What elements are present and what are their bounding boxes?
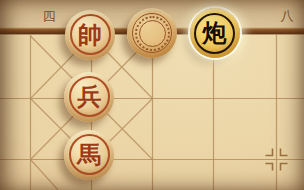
piece-red-soldier[interactable]: 兵 — [64, 72, 114, 122]
piece-glyph-red-general: 帥 — [65, 10, 115, 60]
piece-red-general[interactable]: 帥 — [65, 10, 115, 60]
piece-black-cannon[interactable]: 炮 — [190, 8, 240, 58]
piece-hidden-piece[interactable] — [127, 8, 177, 58]
file-label-eight: 八 — [281, 9, 294, 22]
piece-glyph-black-cannon: 炮 — [190, 8, 240, 58]
piece-glyph-red-horse: 馬 — [64, 130, 114, 180]
hidden-piece-inner-ring — [139, 20, 166, 47]
file-label-four: 四 — [43, 10, 56, 23]
piece-glyph-red-soldier: 兵 — [64, 72, 114, 122]
piece-red-horse[interactable]: 馬 — [64, 130, 114, 180]
xiangqi-board[interactable]: 四 八 帥炮兵馬 — [0, 0, 304, 190]
